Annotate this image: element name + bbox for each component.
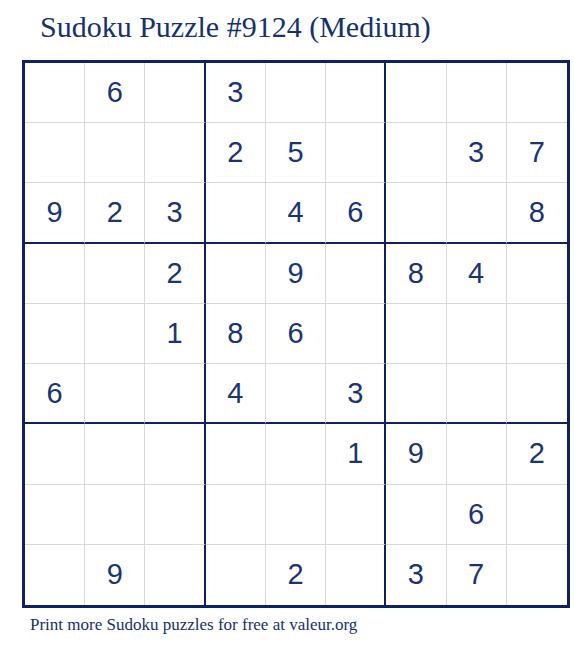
sudoku-cell-r5c5: 6 [266, 304, 326, 364]
sudoku-cell-r1c5 [266, 63, 326, 123]
sudoku-cell-r1c7 [386, 63, 446, 123]
sudoku-cell-r5c3: 1 [145, 304, 205, 364]
sudoku-cell-r3c3: 3 [145, 183, 205, 243]
sudoku-cell-r9c6 [326, 545, 386, 605]
sudoku-cell-r4c5: 9 [266, 244, 326, 304]
sudoku-cell-r7c4 [206, 424, 266, 484]
sudoku-cell-r1c2: 6 [85, 63, 145, 123]
sudoku-cell-r2c6 [326, 123, 386, 183]
sudoku-cell-r2c7 [386, 123, 446, 183]
sudoku-cell-r2c4: 2 [206, 123, 266, 183]
sudoku-cell-r9c3 [145, 545, 205, 605]
sudoku-cell-r8c1 [25, 485, 85, 545]
sudoku-cell-r8c5 [266, 485, 326, 545]
sudoku-cell-r6c3 [145, 364, 205, 424]
sudoku-cell-r3c8 [447, 183, 507, 243]
sudoku-cell-r8c4 [206, 485, 266, 545]
sudoku-cell-r7c9: 2 [507, 424, 567, 484]
sudoku-cell-r9c7: 3 [386, 545, 446, 605]
sudoku-cell-r5c7 [386, 304, 446, 364]
sudoku-cell-r4c3: 2 [145, 244, 205, 304]
sudoku-cell-r9c2: 9 [85, 545, 145, 605]
sudoku-cell-r9c5: 2 [266, 545, 326, 605]
sudoku-cell-r6c5 [266, 364, 326, 424]
sudoku-cell-r4c4 [206, 244, 266, 304]
sudoku-cell-r1c1 [25, 63, 85, 123]
sudoku-cell-r2c9: 7 [507, 123, 567, 183]
sudoku-cell-r6c8 [447, 364, 507, 424]
sudoku-cell-r3c7 [386, 183, 446, 243]
sudoku-cell-r3c2: 2 [85, 183, 145, 243]
sudoku-cell-r4c1 [25, 244, 85, 304]
sudoku-cell-r4c9 [507, 244, 567, 304]
sudoku-cell-r2c2 [85, 123, 145, 183]
sudoku-cell-r5c6 [326, 304, 386, 364]
sudoku-cell-r2c1 [25, 123, 85, 183]
sudoku-cell-r1c4: 3 [206, 63, 266, 123]
sudoku-cell-r6c4: 4 [206, 364, 266, 424]
sudoku-cell-r5c4: 8 [206, 304, 266, 364]
sudoku-cell-r3c9: 8 [507, 183, 567, 243]
sudoku-cell-r6c2 [85, 364, 145, 424]
sudoku-cell-r4c7: 8 [386, 244, 446, 304]
sudoku-cell-r2c8: 3 [447, 123, 507, 183]
sudoku-cell-r1c6 [326, 63, 386, 123]
sudoku-cell-r8c8: 6 [447, 485, 507, 545]
sudoku-cell-r5c1 [25, 304, 85, 364]
sudoku-cell-r3c4 [206, 183, 266, 243]
sudoku-cell-r9c1 [25, 545, 85, 605]
sudoku-cell-r7c7: 9 [386, 424, 446, 484]
sudoku-cell-r3c1: 9 [25, 183, 85, 243]
sudoku-cell-r7c2 [85, 424, 145, 484]
sudoku-cell-r5c9 [507, 304, 567, 364]
sudoku-cell-r9c8: 7 [447, 545, 507, 605]
sudoku-cell-r8c6 [326, 485, 386, 545]
sudoku-cell-r8c2 [85, 485, 145, 545]
sudoku-cell-r1c8 [447, 63, 507, 123]
sudoku-cell-r7c6: 1 [326, 424, 386, 484]
sudoku-cell-r7c5 [266, 424, 326, 484]
sudoku-cell-r8c9 [507, 485, 567, 545]
sudoku-cell-r1c3 [145, 63, 205, 123]
sudoku-cell-r4c2 [85, 244, 145, 304]
sudoku-cell-r6c6: 3 [326, 364, 386, 424]
sudoku-cell-r3c5: 4 [266, 183, 326, 243]
sudoku-cell-r5c2 [85, 304, 145, 364]
sudoku-cell-r8c3 [145, 485, 205, 545]
sudoku-cell-r7c8 [447, 424, 507, 484]
sudoku-cell-r8c7 [386, 485, 446, 545]
sudoku-cell-r1c9 [507, 63, 567, 123]
sudoku-cell-r6c9 [507, 364, 567, 424]
sudoku-cell-r2c5: 5 [266, 123, 326, 183]
sudoku-page: Sudoku Puzzle #9124 (Medium) 63253792346… [0, 0, 574, 651]
sudoku-cell-r7c1 [25, 424, 85, 484]
sudoku-cell-r2c3 [145, 123, 205, 183]
sudoku-cell-r7c3 [145, 424, 205, 484]
sudoku-cell-r5c8 [447, 304, 507, 364]
sudoku-cell-r6c1: 6 [25, 364, 85, 424]
footer-text: Print more Sudoku puzzles for free at va… [30, 615, 357, 635]
sudoku-cell-r9c9 [507, 545, 567, 605]
sudoku-cell-r4c6 [326, 244, 386, 304]
sudoku-cell-r3c6: 6 [326, 183, 386, 243]
sudoku-cell-r9c4 [206, 545, 266, 605]
page-title: Sudoku Puzzle #9124 (Medium) [40, 10, 431, 44]
sudoku-cell-r6c7 [386, 364, 446, 424]
sudoku-board: 632537923468298418664319269237 [22, 60, 570, 608]
sudoku-cell-r4c8: 4 [447, 244, 507, 304]
